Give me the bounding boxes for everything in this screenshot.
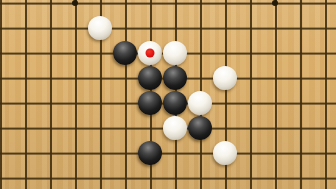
white-stone bbox=[163, 116, 187, 140]
black-stone bbox=[163, 66, 187, 90]
white-stone bbox=[213, 141, 237, 165]
go-board[interactable] bbox=[0, 0, 336, 189]
last-move-marker bbox=[146, 49, 155, 58]
star-point bbox=[272, 0, 278, 6]
white-stone bbox=[163, 41, 187, 65]
white-stone bbox=[138, 41, 162, 65]
black-stone bbox=[138, 66, 162, 90]
black-stone bbox=[163, 91, 187, 115]
white-stone bbox=[88, 16, 112, 40]
black-stone bbox=[113, 41, 137, 65]
black-stone bbox=[138, 141, 162, 165]
black-stone bbox=[188, 116, 212, 140]
star-point bbox=[72, 0, 78, 6]
white-stone bbox=[188, 91, 212, 115]
white-stone bbox=[213, 66, 237, 90]
black-stone bbox=[138, 91, 162, 115]
